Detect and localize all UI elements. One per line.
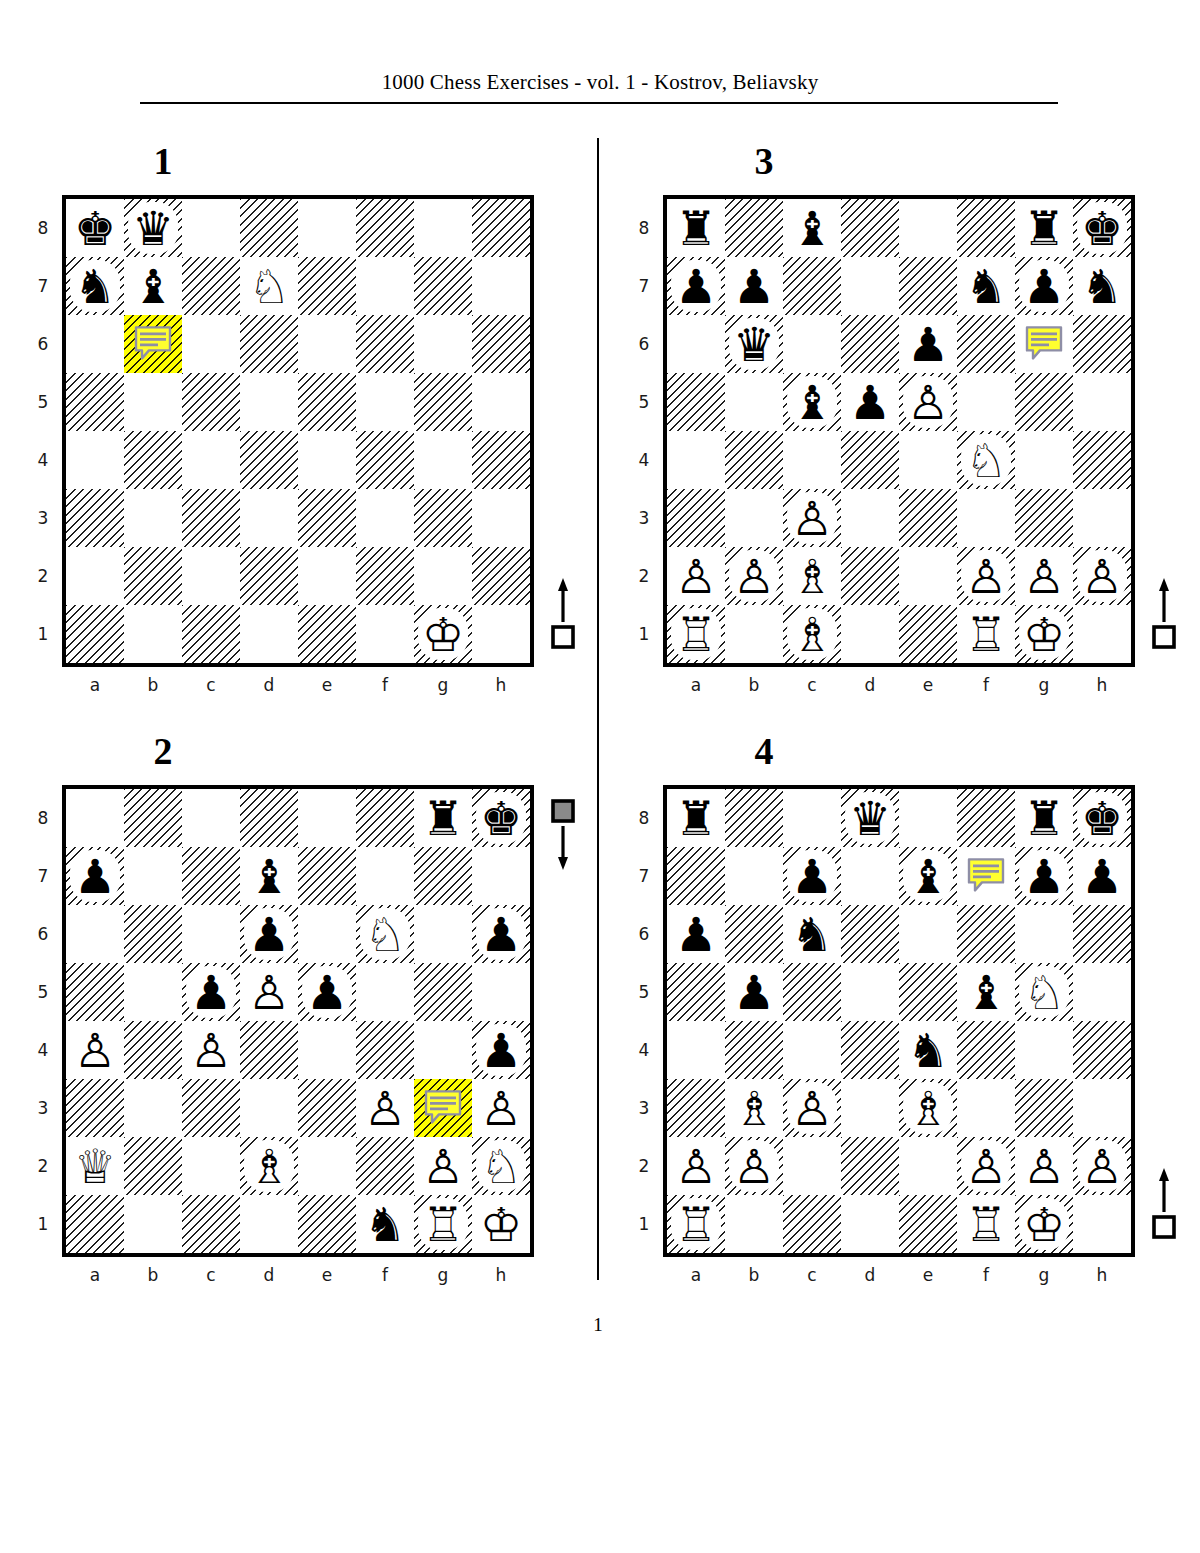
square-e3 bbox=[298, 1079, 356, 1137]
square-b1 bbox=[725, 605, 783, 663]
page-header-title: 1000 Chess Exercises - vol. 1 - Kostrov,… bbox=[0, 70, 1200, 95]
square-f2: ♙ bbox=[957, 547, 1015, 605]
square-a5 bbox=[66, 373, 124, 431]
square-c7 bbox=[783, 257, 841, 315]
file-labels: abcdefgh bbox=[66, 1265, 530, 1285]
rank-label: 3 bbox=[30, 489, 56, 547]
square-h3: ♙ bbox=[472, 1079, 530, 1137]
piece-white-king: ♔ bbox=[1019, 608, 1069, 660]
file-label: b bbox=[725, 675, 783, 695]
square-f4: ♘ bbox=[957, 431, 1015, 489]
square-g4 bbox=[414, 431, 472, 489]
square-c3 bbox=[182, 489, 240, 547]
diagram-number: 3 bbox=[724, 139, 804, 183]
square-d1 bbox=[240, 1195, 298, 1253]
square-a4 bbox=[667, 1021, 725, 1079]
square-d2 bbox=[841, 1137, 899, 1195]
rank-label: 6 bbox=[30, 315, 56, 373]
square-b3: ♗ bbox=[725, 1079, 783, 1137]
square-e8 bbox=[298, 199, 356, 257]
rank-label: 1 bbox=[30, 605, 56, 663]
square-f5 bbox=[356, 373, 414, 431]
diagram-number: 1 bbox=[123, 139, 203, 183]
file-label: g bbox=[414, 675, 472, 695]
square-b1 bbox=[725, 1195, 783, 1253]
file-label: g bbox=[1015, 675, 1073, 695]
square-h3 bbox=[1073, 1079, 1131, 1137]
piece-white-rook: ♖ bbox=[961, 1198, 1011, 1250]
piece-white-bishop: ♗ bbox=[903, 1082, 953, 1134]
file-label: a bbox=[667, 675, 725, 695]
square-c6 bbox=[783, 315, 841, 373]
file-label: d bbox=[841, 1265, 899, 1285]
square-b2: ♙ bbox=[725, 1137, 783, 1195]
square-g1: ♔ bbox=[414, 605, 472, 663]
square-b8 bbox=[124, 789, 182, 847]
piece-white-pawn: ♙ bbox=[186, 1024, 236, 1076]
file-label: h bbox=[472, 1265, 530, 1285]
square-d2 bbox=[240, 547, 298, 605]
square-d4 bbox=[841, 431, 899, 489]
square-b4 bbox=[725, 431, 783, 489]
square-f6 bbox=[356, 315, 414, 373]
square-b3 bbox=[124, 489, 182, 547]
piece-black-bishop: ♝ bbox=[244, 850, 294, 902]
square-g5: ♘ bbox=[1015, 963, 1073, 1021]
piece-black-knight: ♞ bbox=[961, 260, 1011, 312]
piece-white-knight: ♘ bbox=[961, 434, 1011, 486]
square-a2: ♙ bbox=[667, 1137, 725, 1195]
square-d7: ♝ bbox=[240, 847, 298, 905]
file-label: g bbox=[1015, 1265, 1073, 1285]
square-f1: ♞ bbox=[356, 1195, 414, 1253]
square-h6: ♟ bbox=[472, 905, 530, 963]
square-h8: ♚ bbox=[1073, 789, 1131, 847]
file-label: g bbox=[414, 1265, 472, 1285]
square-g1: ♔ bbox=[1015, 1195, 1073, 1253]
diagram-4: 4 87654321 ♜♛♜♚♟♝ ♟♟♟♞♟♝♘♞♗♙♗♙♙♙♙♙♖♖♔ ab… bbox=[663, 785, 1135, 1257]
square-g5 bbox=[1015, 373, 1073, 431]
square-b8 bbox=[725, 789, 783, 847]
piece-white-rook: ♖ bbox=[671, 608, 721, 660]
rank-label: 2 bbox=[631, 547, 657, 605]
annotation-bubble-icon bbox=[1023, 324, 1065, 361]
square-h7: ♞ bbox=[1073, 257, 1131, 315]
white-to-move-indicator bbox=[1150, 577, 1178, 651]
square-b1 bbox=[124, 1195, 182, 1253]
square-h3 bbox=[472, 489, 530, 547]
file-label: h bbox=[472, 675, 530, 695]
square-g2: ♙ bbox=[1015, 547, 1073, 605]
square-f6 bbox=[957, 905, 1015, 963]
square-h1 bbox=[472, 605, 530, 663]
square-a3 bbox=[667, 1079, 725, 1137]
file-label: d bbox=[240, 675, 298, 695]
chess-board: ♚♛♞♝♘ ♔ bbox=[62, 195, 534, 667]
square-g1: ♖ bbox=[414, 1195, 472, 1253]
rank-label: 5 bbox=[30, 963, 56, 1021]
square-d3 bbox=[841, 489, 899, 547]
piece-black-pawn: ♟ bbox=[787, 850, 837, 902]
piece-white-bishop: ♗ bbox=[244, 1140, 294, 1192]
diagram-2: 2 87654321 ♜♚♟♝♟♘♟♟♙♟♙♙♟♙ ♙♕♗♙♘♞♖♔ abcde… bbox=[62, 785, 534, 1257]
side-to-move-indicator bbox=[1150, 577, 1178, 651]
rank-label: 7 bbox=[30, 847, 56, 905]
square-d3 bbox=[240, 489, 298, 547]
piece-black-knight: ♞ bbox=[360, 1198, 410, 1250]
square-c5: ♟ bbox=[182, 963, 240, 1021]
square-a7: ♟ bbox=[66, 847, 124, 905]
white-to-move-indicator bbox=[549, 577, 577, 651]
square-c4 bbox=[182, 431, 240, 489]
square-g7 bbox=[414, 257, 472, 315]
piece-black-knight: ♞ bbox=[787, 908, 837, 960]
square-e8 bbox=[298, 789, 356, 847]
annotation-bubble-icon bbox=[965, 856, 1007, 893]
square-h5 bbox=[472, 373, 530, 431]
square-c1 bbox=[182, 1195, 240, 1253]
rank-label: 8 bbox=[631, 789, 657, 847]
piece-black-pawn: ♟ bbox=[302, 966, 352, 1018]
square-a1 bbox=[66, 1195, 124, 1253]
square-g8: ♜ bbox=[1015, 789, 1073, 847]
square-h5 bbox=[1073, 373, 1131, 431]
square-f2: ♙ bbox=[957, 1137, 1015, 1195]
square-b1 bbox=[124, 605, 182, 663]
square-f3 bbox=[957, 489, 1015, 547]
rank-labels: 87654321 bbox=[631, 789, 657, 1253]
square-d2 bbox=[841, 547, 899, 605]
file-label: c bbox=[783, 675, 841, 695]
file-label: e bbox=[298, 675, 356, 695]
rank-label: 6 bbox=[30, 905, 56, 963]
square-d1 bbox=[841, 605, 899, 663]
square-f8 bbox=[356, 199, 414, 257]
square-g5 bbox=[414, 963, 472, 1021]
rank-label: 1 bbox=[631, 605, 657, 663]
column-divider bbox=[597, 138, 599, 1280]
square-d4 bbox=[240, 1021, 298, 1079]
square-c2 bbox=[783, 1137, 841, 1195]
square-d8: ♛ bbox=[841, 789, 899, 847]
square-c4: ♙ bbox=[182, 1021, 240, 1079]
rank-labels: 87654321 bbox=[631, 199, 657, 663]
file-label: f bbox=[356, 1265, 414, 1285]
square-c6 bbox=[182, 315, 240, 373]
square-g1: ♔ bbox=[1015, 605, 1073, 663]
square-f7 bbox=[356, 257, 414, 315]
rank-label: 8 bbox=[30, 199, 56, 257]
square-e4 bbox=[298, 1021, 356, 1079]
square-d5: ♟ bbox=[841, 373, 899, 431]
piece-white-knight: ♘ bbox=[476, 1140, 526, 1192]
file-label: a bbox=[66, 675, 124, 695]
square-c1: ♗ bbox=[783, 605, 841, 663]
square-g3 bbox=[1015, 1079, 1073, 1137]
square-a1: ♖ bbox=[667, 605, 725, 663]
square-f5 bbox=[957, 373, 1015, 431]
piece-black-knight: ♞ bbox=[1077, 260, 1127, 312]
file-label: d bbox=[240, 1265, 298, 1285]
square-f5 bbox=[356, 963, 414, 1021]
file-label: c bbox=[182, 1265, 240, 1285]
square-h2: ♙ bbox=[1073, 547, 1131, 605]
square-b2 bbox=[124, 547, 182, 605]
piece-black-rook: ♜ bbox=[418, 792, 468, 844]
square-f3 bbox=[356, 489, 414, 547]
square-a8: ♚ bbox=[66, 199, 124, 257]
square-d1 bbox=[841, 1195, 899, 1253]
chess-board: ♜♛♜♚♟♝ ♟♟♟♞♟♝♘♞♗♙♗♙♙♙♙♙♖♖♔ bbox=[663, 785, 1135, 1257]
square-c1 bbox=[182, 605, 240, 663]
piece-white-knight: ♘ bbox=[244, 260, 294, 312]
square-c8 bbox=[182, 199, 240, 257]
square-b5: ♟ bbox=[725, 963, 783, 1021]
file-label: c bbox=[783, 1265, 841, 1285]
square-e4 bbox=[899, 431, 957, 489]
square-h5 bbox=[472, 963, 530, 1021]
square-d6 bbox=[841, 905, 899, 963]
square-h8 bbox=[472, 199, 530, 257]
piece-black-pawn: ♟ bbox=[1019, 260, 1069, 312]
piece-black-pawn: ♟ bbox=[186, 966, 236, 1018]
file-label: d bbox=[841, 675, 899, 695]
file-label: c bbox=[182, 675, 240, 695]
square-c3 bbox=[182, 1079, 240, 1137]
file-label: e bbox=[298, 1265, 356, 1285]
piece-black-king: ♚ bbox=[70, 202, 120, 254]
diagram-1: 1 87654321 ♚♛♞♝♘ ♔ abcdefgh bbox=[62, 195, 534, 667]
square-g8 bbox=[414, 199, 472, 257]
square-g7: ♟ bbox=[1015, 847, 1073, 905]
piece-white-pawn: ♙ bbox=[961, 550, 1011, 602]
square-g4 bbox=[1015, 1021, 1073, 1079]
square-h5 bbox=[1073, 963, 1131, 1021]
square-h4 bbox=[1073, 1021, 1131, 1079]
file-label: h bbox=[1073, 675, 1131, 695]
square-e5 bbox=[298, 373, 356, 431]
square-g6 bbox=[1015, 905, 1073, 963]
square-e2 bbox=[298, 547, 356, 605]
square-c3: ♙ bbox=[783, 1079, 841, 1137]
piece-black-queen: ♛ bbox=[729, 318, 779, 370]
square-h8: ♚ bbox=[472, 789, 530, 847]
square-d7 bbox=[841, 847, 899, 905]
rank-label: 8 bbox=[30, 789, 56, 847]
square-f4 bbox=[356, 431, 414, 489]
square-d7: ♘ bbox=[240, 257, 298, 315]
square-e1 bbox=[899, 605, 957, 663]
piece-white-knight: ♘ bbox=[1019, 966, 1069, 1018]
square-c5 bbox=[783, 963, 841, 1021]
square-e8 bbox=[899, 199, 957, 257]
piece-white-pawn: ♙ bbox=[961, 1140, 1011, 1192]
square-h7 bbox=[472, 257, 530, 315]
square-d3 bbox=[240, 1079, 298, 1137]
square-b2: ♙ bbox=[725, 547, 783, 605]
square-g4 bbox=[414, 1021, 472, 1079]
piece-black-pawn: ♟ bbox=[70, 850, 120, 902]
square-b6 bbox=[725, 905, 783, 963]
square-g5 bbox=[414, 373, 472, 431]
square-d6 bbox=[240, 315, 298, 373]
square-h7 bbox=[472, 847, 530, 905]
square-e6: ♟ bbox=[899, 315, 957, 373]
square-h2: ♘ bbox=[472, 1137, 530, 1195]
file-label: f bbox=[356, 675, 414, 695]
piece-white-bishop: ♗ bbox=[729, 1082, 779, 1134]
square-d7 bbox=[841, 257, 899, 315]
rank-label: 5 bbox=[631, 963, 657, 1021]
square-f8 bbox=[356, 789, 414, 847]
square-f7: ♞ bbox=[957, 257, 1015, 315]
square-g8: ♜ bbox=[414, 789, 472, 847]
square-c8 bbox=[783, 789, 841, 847]
square-a3 bbox=[66, 1079, 124, 1137]
square-g8: ♜ bbox=[1015, 199, 1073, 257]
square-b6 bbox=[124, 905, 182, 963]
square-g4 bbox=[1015, 431, 1073, 489]
square-f1: ♖ bbox=[957, 1195, 1015, 1253]
square-a5 bbox=[66, 963, 124, 1021]
square-b5 bbox=[725, 373, 783, 431]
square-e8 bbox=[899, 789, 957, 847]
piece-black-queen: ♛ bbox=[845, 792, 895, 844]
square-f8 bbox=[957, 789, 1015, 847]
file-label: f bbox=[957, 675, 1015, 695]
rank-label: 7 bbox=[631, 847, 657, 905]
square-a8: ♜ bbox=[667, 199, 725, 257]
piece-white-king: ♔ bbox=[418, 608, 468, 660]
piece-white-pawn: ♙ bbox=[1019, 1140, 1069, 1192]
square-a2 bbox=[66, 547, 124, 605]
square-f5: ♝ bbox=[957, 963, 1015, 1021]
square-b7 bbox=[725, 847, 783, 905]
square-c2 bbox=[182, 547, 240, 605]
square-g6 bbox=[414, 315, 472, 373]
file-labels: abcdefgh bbox=[667, 1265, 1131, 1285]
square-c6: ♞ bbox=[783, 905, 841, 963]
piece-white-rook: ♖ bbox=[418, 1198, 468, 1250]
piece-white-king: ♔ bbox=[1019, 1198, 1069, 1250]
square-h4 bbox=[472, 431, 530, 489]
square-c2: ♗ bbox=[783, 547, 841, 605]
square-g2: ♙ bbox=[414, 1137, 472, 1195]
piece-black-pawn: ♟ bbox=[1077, 850, 1127, 902]
square-a4 bbox=[667, 431, 725, 489]
file-label: a bbox=[66, 1265, 124, 1285]
square-a1 bbox=[66, 605, 124, 663]
annotation-bubble-icon bbox=[132, 324, 174, 361]
piece-black-pawn: ♟ bbox=[244, 908, 294, 960]
square-e1 bbox=[298, 605, 356, 663]
square-f7 bbox=[957, 847, 1015, 905]
square-g3 bbox=[414, 1079, 472, 1137]
piece-black-pawn: ♟ bbox=[845, 376, 895, 428]
piece-black-pawn: ♟ bbox=[476, 908, 526, 960]
piece-black-pawn: ♟ bbox=[671, 908, 721, 960]
piece-white-rook: ♖ bbox=[671, 1198, 721, 1250]
square-g6 bbox=[1015, 315, 1073, 373]
side-to-move-indicator bbox=[1150, 1167, 1178, 1241]
piece-black-pawn: ♟ bbox=[729, 260, 779, 312]
piece-black-rook: ♜ bbox=[1019, 202, 1069, 254]
square-a6: ♟ bbox=[667, 905, 725, 963]
white-to-move-indicator bbox=[1150, 1167, 1178, 1241]
square-a1: ♖ bbox=[667, 1195, 725, 1253]
square-d5 bbox=[240, 373, 298, 431]
square-g3 bbox=[1015, 489, 1073, 547]
piece-white-pawn: ♙ bbox=[244, 966, 294, 1018]
square-d2: ♗ bbox=[240, 1137, 298, 1195]
square-g2 bbox=[414, 547, 472, 605]
square-e5 bbox=[899, 963, 957, 1021]
piece-white-bishop: ♗ bbox=[787, 608, 837, 660]
square-a2: ♙ bbox=[667, 547, 725, 605]
square-c3: ♙ bbox=[783, 489, 841, 547]
square-b7 bbox=[124, 847, 182, 905]
file-label: b bbox=[124, 675, 182, 695]
black-to-move-indicator bbox=[549, 797, 577, 871]
piece-black-bishop: ♝ bbox=[903, 850, 953, 902]
rank-label: 3 bbox=[631, 489, 657, 547]
piece-black-king: ♚ bbox=[1077, 792, 1127, 844]
square-h7: ♟ bbox=[1073, 847, 1131, 905]
piece-black-bishop: ♝ bbox=[961, 966, 1011, 1018]
square-f3 bbox=[957, 1079, 1015, 1137]
square-b3 bbox=[124, 1079, 182, 1137]
square-a6 bbox=[66, 315, 124, 373]
square-c8: ♝ bbox=[783, 199, 841, 257]
square-a2: ♕ bbox=[66, 1137, 124, 1195]
square-d4 bbox=[841, 1021, 899, 1079]
diagram-number: 2 bbox=[123, 729, 203, 773]
square-d1 bbox=[240, 605, 298, 663]
annotation-bubble-icon bbox=[422, 1088, 464, 1125]
square-f3: ♙ bbox=[356, 1079, 414, 1137]
rank-label: 5 bbox=[30, 373, 56, 431]
diagram-3: 3 87654321 ♜♝♜♚♟♟♞♟♞♛♟ ♝♟♙♘♙♙♙♗♙♙♙♖♗♖♔ a… bbox=[663, 195, 1135, 667]
square-a3 bbox=[66, 489, 124, 547]
square-e4 bbox=[298, 431, 356, 489]
square-f6: ♘ bbox=[356, 905, 414, 963]
square-h2 bbox=[472, 547, 530, 605]
rank-label: 3 bbox=[631, 1079, 657, 1137]
square-b6 bbox=[124, 315, 182, 373]
square-f4 bbox=[356, 1021, 414, 1079]
rank-label: 6 bbox=[631, 315, 657, 373]
square-c7 bbox=[182, 847, 240, 905]
piece-white-pawn: ♙ bbox=[671, 550, 721, 602]
piece-black-pawn: ♟ bbox=[671, 260, 721, 312]
square-f2 bbox=[356, 1137, 414, 1195]
square-e7 bbox=[298, 257, 356, 315]
square-d5 bbox=[841, 963, 899, 1021]
header-rule bbox=[140, 102, 1058, 104]
rank-label: 4 bbox=[30, 431, 56, 489]
square-b5 bbox=[124, 963, 182, 1021]
square-f6 bbox=[957, 315, 1015, 373]
file-label: a bbox=[667, 1265, 725, 1285]
square-d8 bbox=[240, 789, 298, 847]
square-e3: ♗ bbox=[899, 1079, 957, 1137]
square-g2: ♙ bbox=[1015, 1137, 1073, 1195]
piece-white-pawn: ♙ bbox=[476, 1082, 526, 1134]
square-e2 bbox=[899, 547, 957, 605]
square-b8 bbox=[725, 199, 783, 257]
piece-white-pawn: ♙ bbox=[729, 550, 779, 602]
square-a5 bbox=[667, 373, 725, 431]
